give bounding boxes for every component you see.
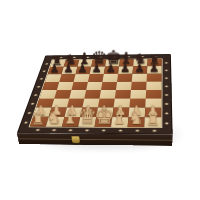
square-a5[interactable] — [42, 82, 59, 90]
piece-white-knight[interactable]: ♞ — [128, 110, 145, 127]
square-h5[interactable] — [146, 82, 161, 90]
square-f4[interactable] — [115, 90, 131, 99]
piece-white-queen[interactable]: ♛ — [78, 106, 95, 127]
chess-set-photo: ♜♞♝♛♚♝♞♜♟♟♟♟♟♟♟♟♟♟♟♟♟♟♟♟♜♞♝♛♚♝♞♜ — [0, 0, 200, 200]
box-front-edge — [17, 133, 173, 146]
square-g1[interactable]: ♞ — [128, 117, 145, 127]
piece-white-bishop[interactable]: ♝ — [111, 108, 128, 127]
square-e4[interactable] — [99, 90, 115, 99]
frame-dots-bottom — [29, 128, 160, 133]
chess-board: ♜♞♝♛♚♝♞♜♟♟♟♟♟♟♟♟♟♟♟♟♟♟♟♟♜♞♝♛♚♝♞♜ — [17, 54, 173, 134]
square-c5[interactable] — [71, 82, 88, 90]
square-f7[interactable]: ♟ — [118, 66, 133, 74]
square-b4[interactable] — [54, 90, 71, 99]
square-h7[interactable]: ♟ — [147, 66, 162, 74]
piece-black-pawn[interactable]: ♟ — [147, 62, 161, 74]
square-e6[interactable] — [102, 74, 118, 82]
square-g6[interactable] — [132, 74, 147, 82]
square-e7[interactable]: ♟ — [104, 66, 119, 74]
square-g5[interactable] — [131, 82, 147, 90]
square-h4[interactable] — [146, 90, 162, 99]
folding-seam — [18, 138, 173, 140]
square-f1[interactable]: ♝ — [111, 117, 129, 127]
piece-white-knight[interactable]: ♞ — [46, 110, 62, 126]
square-d4[interactable] — [84, 90, 101, 99]
piece-white-king[interactable]: ♚ — [94, 105, 111, 127]
piece-black-pawn[interactable]: ♟ — [47, 63, 61, 74]
square-g7[interactable]: ♟ — [132, 66, 147, 74]
board-grid: ♜♞♝♛♚♝♞♜♟♟♟♟♟♟♟♟♟♟♟♟♟♟♟♟♜♞♝♛♚♝♞♜ — [30, 59, 162, 128]
piece-black-pawn[interactable]: ♟ — [90, 63, 104, 74]
piece-black-pawn[interactable]: ♟ — [75, 63, 89, 74]
piece-black-pawn[interactable]: ♟ — [104, 62, 118, 73]
piece-white-rook[interactable]: ♜ — [144, 112, 161, 128]
piece-black-pawn[interactable]: ♟ — [61, 63, 75, 74]
square-h6[interactable] — [147, 74, 162, 82]
frame-dots-right — [163, 59, 170, 126]
square-d6[interactable] — [88, 74, 104, 82]
square-e5[interactable] — [101, 82, 117, 90]
box-right-edge — [171, 54, 173, 146]
piece-black-pawn[interactable]: ♟ — [118, 62, 132, 74]
piece-white-rook[interactable]: ♜ — [30, 111, 46, 126]
square-h1[interactable]: ♜ — [144, 117, 161, 127]
brass-clasp-icon — [72, 136, 81, 143]
square-f6[interactable] — [117, 74, 132, 82]
square-e1[interactable]: ♚ — [94, 117, 112, 127]
square-f5[interactable] — [116, 82, 132, 90]
square-g4[interactable] — [130, 90, 146, 99]
piece-black-pawn[interactable]: ♟ — [132, 62, 146, 74]
square-a6[interactable] — [45, 74, 62, 82]
piece-white-bishop[interactable]: ♝ — [62, 108, 78, 127]
square-d5[interactable] — [86, 82, 102, 90]
